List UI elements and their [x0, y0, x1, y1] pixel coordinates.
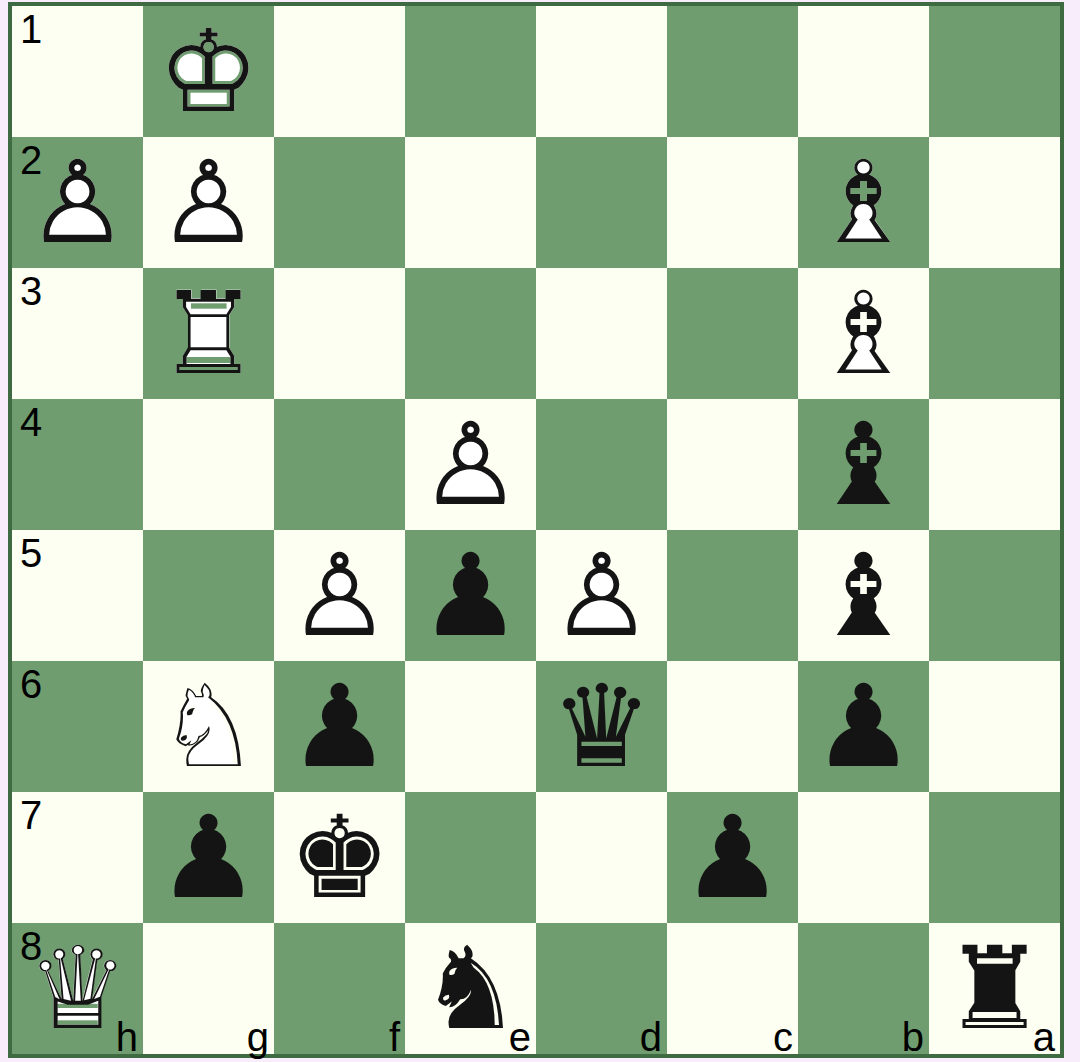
square-c5[interactable] [667, 530, 798, 661]
black-pawn-icon: ♟ [274, 661, 405, 792]
file-label-e: e [509, 1015, 531, 1060]
square-e2[interactable] [405, 137, 536, 268]
rank-label-5: 5 [20, 531, 42, 575]
white-knight-icon: ♘ [143, 661, 274, 792]
square-e7[interactable] [405, 792, 536, 923]
square-a4[interactable] [929, 399, 1060, 530]
square-e4[interactable]: ♟♙ [405, 399, 536, 530]
black-bishop-icon: ♝ [798, 399, 929, 530]
square-b3[interactable]: ♝♗ [798, 268, 929, 399]
file-label-h: h [116, 1015, 138, 1060]
white-rook-icon: ♖ [143, 268, 274, 399]
square-e6[interactable] [405, 661, 536, 792]
square-a7[interactable] [929, 792, 1060, 923]
black-bishop[interactable]: ♝ [798, 399, 929, 530]
square-g3[interactable]: ♜♖ [143, 268, 274, 399]
rank-label-2: 2 [20, 138, 42, 182]
black-bishop[interactable]: ♝ [798, 530, 929, 661]
white-pawn[interactable]: ♟♙ [405, 399, 536, 530]
file-label-f: f [389, 1015, 400, 1060]
square-g1[interactable]: ♚♔ [143, 6, 274, 137]
square-g4[interactable] [143, 399, 274, 530]
square-f7[interactable]: ♚ [274, 792, 405, 923]
square-f2[interactable] [274, 137, 405, 268]
black-king[interactable]: ♚ [274, 792, 405, 923]
square-a2[interactable] [929, 137, 1060, 268]
white-pawn-icon: ♙ [143, 137, 274, 268]
rank-label-8: 8 [20, 924, 42, 968]
square-c8[interactable]: c [667, 923, 798, 1054]
square-h4[interactable]: 4 [12, 399, 143, 530]
black-pawn[interactable]: ♟ [667, 792, 798, 923]
rank-label-4: 4 [20, 400, 42, 444]
black-pawn[interactable]: ♟ [405, 530, 536, 661]
square-d4[interactable] [536, 399, 667, 530]
white-pawn[interactable]: ♟♙ [143, 137, 274, 268]
white-king-icon: ♔ [143, 6, 274, 137]
square-h5[interactable]: 5 [12, 530, 143, 661]
file-label-a: a [1033, 1015, 1055, 1060]
square-b7[interactable] [798, 792, 929, 923]
chess-board: 1♚♔♟♙2♟♙♝♗3♜♖♝♗4♟♙♝5♟♙♟♟♙♝6♞♘♟♛♟7♟♚♟♛♕8h… [8, 2, 1064, 1058]
square-e3[interactable] [405, 268, 536, 399]
square-f5[interactable]: ♟♙ [274, 530, 405, 661]
square-a6[interactable] [929, 661, 1060, 792]
white-bishop-icon: ♗ [798, 268, 929, 399]
square-a5[interactable] [929, 530, 1060, 661]
square-d3[interactable] [536, 268, 667, 399]
square-a8[interactable]: ♜a [929, 923, 1060, 1054]
square-b5[interactable]: ♝ [798, 530, 929, 661]
square-h8[interactable]: ♛♕8h [12, 923, 143, 1054]
white-king[interactable]: ♚♔ [143, 6, 274, 137]
square-e1[interactable] [405, 6, 536, 137]
white-bishop-icon: ♗ [798, 137, 929, 268]
square-d2[interactable] [536, 137, 667, 268]
square-e5[interactable]: ♟ [405, 530, 536, 661]
square-h3[interactable]: 3 [12, 268, 143, 399]
square-g5[interactable] [143, 530, 274, 661]
black-king-icon: ♚ [274, 792, 405, 923]
black-pawn[interactable]: ♟ [143, 792, 274, 923]
white-pawn-icon: ♙ [405, 399, 536, 530]
white-pawn[interactable]: ♟♙ [274, 530, 405, 661]
square-f8[interactable]: f [274, 923, 405, 1054]
square-h2[interactable]: ♟♙2 [12, 137, 143, 268]
black-pawn-icon: ♟ [798, 661, 929, 792]
black-pawn[interactable]: ♟ [798, 661, 929, 792]
square-a1[interactable] [929, 6, 1060, 137]
square-b8[interactable]: b [798, 923, 929, 1054]
black-bishop-icon: ♝ [798, 530, 929, 661]
black-queen-icon: ♛ [536, 661, 667, 792]
white-pawn-icon: ♙ [274, 530, 405, 661]
file-label-b: b [902, 1015, 924, 1060]
square-h1[interactable]: 1 [12, 6, 143, 137]
square-c3[interactable] [667, 268, 798, 399]
white-bishop[interactable]: ♝♗ [798, 137, 929, 268]
square-f6[interactable]: ♟ [274, 661, 405, 792]
square-c1[interactable] [667, 6, 798, 137]
square-c2[interactable] [667, 137, 798, 268]
square-a3[interactable] [929, 268, 1060, 399]
black-queen[interactable]: ♛ [536, 661, 667, 792]
rank-label-7: 7 [20, 793, 42, 837]
square-b1[interactable] [798, 6, 929, 137]
rank-label-6: 6 [20, 662, 42, 706]
square-g7[interactable]: ♟ [143, 792, 274, 923]
black-pawn-icon: ♟ [405, 530, 536, 661]
square-f1[interactable] [274, 6, 405, 137]
square-b2[interactable]: ♝♗ [798, 137, 929, 268]
black-pawn-icon: ♟ [667, 792, 798, 923]
square-c6[interactable] [667, 661, 798, 792]
black-pawn-icon: ♟ [143, 792, 274, 923]
file-label-d: d [640, 1015, 662, 1060]
square-g8[interactable]: g [143, 923, 274, 1054]
square-h7[interactable]: 7 [12, 792, 143, 923]
square-b4[interactable]: ♝ [798, 399, 929, 530]
square-d6[interactable]: ♛ [536, 661, 667, 792]
file-label-g: g [247, 1015, 269, 1060]
square-d1[interactable] [536, 6, 667, 137]
square-c4[interactable] [667, 399, 798, 530]
file-label-c: c [773, 1015, 793, 1060]
square-c7[interactable]: ♟ [667, 792, 798, 923]
square-d7[interactable] [536, 792, 667, 923]
white-pawn[interactable]: ♟♙ [536, 530, 667, 661]
square-f3[interactable] [274, 268, 405, 399]
square-d5[interactable]: ♟♙ [536, 530, 667, 661]
white-rook[interactable]: ♜♖ [143, 268, 274, 399]
square-b6[interactable]: ♟ [798, 661, 929, 792]
white-knight[interactable]: ♞♘ [143, 661, 274, 792]
square-e8[interactable]: ♞e [405, 923, 536, 1054]
square-f4[interactable] [274, 399, 405, 530]
square-g6[interactable]: ♞♘ [143, 661, 274, 792]
rank-label-3: 3 [20, 269, 42, 313]
rank-label-1: 1 [20, 7, 42, 51]
square-g2[interactable]: ♟♙ [143, 137, 274, 268]
white-bishop[interactable]: ♝♗ [798, 268, 929, 399]
square-d8[interactable]: d [536, 923, 667, 1054]
white-pawn-icon: ♙ [536, 530, 667, 661]
black-pawn[interactable]: ♟ [274, 661, 405, 792]
square-h6[interactable]: 6 [12, 661, 143, 792]
